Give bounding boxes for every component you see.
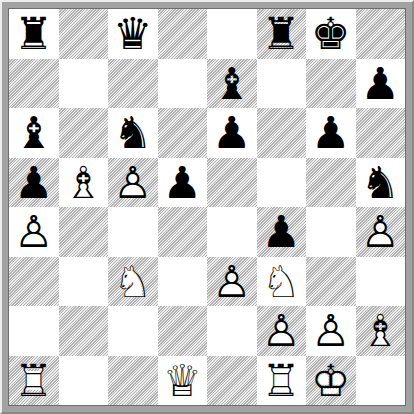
square-c4[interactable]: [108, 207, 158, 257]
black-rook-icon: ♜: [9, 9, 59, 59]
square-b3[interactable]: [59, 257, 109, 307]
square-f4[interactable]: ♟: [257, 207, 307, 257]
square-e1[interactable]: [207, 356, 257, 406]
square-g2[interactable]: ♟♙: [306, 306, 356, 356]
square-g4[interactable]: [306, 207, 356, 257]
black-pawn-icon: ♟: [356, 59, 406, 109]
black-pawn-icon: ♟: [306, 108, 356, 158]
square-d6[interactable]: [158, 108, 208, 158]
square-c3[interactable]: ♞♘: [108, 257, 158, 307]
square-a7[interactable]: [9, 59, 59, 109]
square-h2[interactable]: ♝♗: [356, 306, 406, 356]
square-b5[interactable]: ♝♗: [59, 158, 109, 208]
white-rook-icon: ♜♖: [9, 356, 59, 406]
white-king-icon: ♚♔: [306, 356, 356, 406]
square-a4[interactable]: ♟♙: [9, 207, 59, 257]
square-b2[interactable]: [59, 306, 109, 356]
square-a6[interactable]: ♝: [9, 108, 59, 158]
square-h1[interactable]: [356, 356, 406, 406]
black-knight-icon: ♞: [356, 158, 406, 208]
square-h5[interactable]: ♞: [356, 158, 406, 208]
black-king-icon: ♚: [306, 9, 356, 59]
square-a1[interactable]: ♜♖: [9, 356, 59, 406]
square-g7[interactable]: [306, 59, 356, 109]
square-e8[interactable]: [207, 9, 257, 59]
white-bishop-icon: ♝♗: [59, 158, 109, 208]
square-c8[interactable]: ♛: [108, 9, 158, 59]
square-a2[interactable]: [9, 306, 59, 356]
square-d2[interactable]: [158, 306, 208, 356]
square-b4[interactable]: [59, 207, 109, 257]
white-rook-icon: ♜♖: [257, 356, 307, 406]
square-e5[interactable]: [207, 158, 257, 208]
square-f1[interactable]: ♜♖: [257, 356, 307, 406]
black-rook-icon: ♜: [257, 9, 307, 59]
square-f8[interactable]: ♜: [257, 9, 307, 59]
black-pawn-icon: ♟: [257, 207, 307, 257]
square-e7[interactable]: ♝: [207, 59, 257, 109]
square-b6[interactable]: [59, 108, 109, 158]
square-d1[interactable]: ♛♕: [158, 356, 208, 406]
white-pawn-icon: ♟♙: [257, 306, 307, 356]
black-pawn-icon: ♟: [9, 158, 59, 208]
black-pawn-icon: ♟: [158, 158, 208, 208]
square-c5[interactable]: ♟♙: [108, 158, 158, 208]
square-b8[interactable]: [59, 9, 109, 59]
square-c6[interactable]: ♞: [108, 108, 158, 158]
white-knight-icon: ♞♘: [108, 257, 158, 307]
square-g8[interactable]: ♚: [306, 9, 356, 59]
square-c2[interactable]: [108, 306, 158, 356]
square-d5[interactable]: ♟: [158, 158, 208, 208]
white-pawn-icon: ♟♙: [9, 207, 59, 257]
square-h3[interactable]: [356, 257, 406, 307]
square-h8[interactable]: [356, 9, 406, 59]
square-c1[interactable]: [108, 356, 158, 406]
square-d8[interactable]: [158, 9, 208, 59]
white-pawn-icon: ♟♙: [108, 158, 158, 208]
square-b7[interactable]: [59, 59, 109, 109]
black-bishop-icon: ♝: [9, 108, 59, 158]
square-f7[interactable]: [257, 59, 307, 109]
square-h6[interactable]: [356, 108, 406, 158]
black-pawn-icon: ♟: [207, 108, 257, 158]
white-pawn-icon: ♟♙: [306, 306, 356, 356]
black-queen-icon: ♛: [108, 9, 158, 59]
square-f5[interactable]: [257, 158, 307, 208]
square-e6[interactable]: ♟: [207, 108, 257, 158]
square-c7[interactable]: [108, 59, 158, 109]
square-e2[interactable]: [207, 306, 257, 356]
square-d3[interactable]: [158, 257, 208, 307]
square-h7[interactable]: ♟: [356, 59, 406, 109]
square-e3[interactable]: ♟♙: [207, 257, 257, 307]
square-a3[interactable]: [9, 257, 59, 307]
black-knight-icon: ♞: [108, 108, 158, 158]
black-bishop-icon: ♝: [207, 59, 257, 109]
square-f2[interactable]: ♟♙: [257, 306, 307, 356]
chess-board: ♜♛♜♚♝♟♝♞♟♟♟♝♗♟♙♟♞♟♙♟♟♙♞♘♟♙♞♘♟♙♟♙♝♗♜♖♛♕♜♖…: [8, 8, 406, 406]
square-g5[interactable]: [306, 158, 356, 208]
square-g3[interactable]: [306, 257, 356, 307]
square-d4[interactable]: [158, 207, 208, 257]
square-a8[interactable]: ♜: [9, 9, 59, 59]
square-d7[interactable]: [158, 59, 208, 109]
square-g1[interactable]: ♚♔: [306, 356, 356, 406]
square-a5[interactable]: ♟: [9, 158, 59, 208]
board-frame: ♜♛♜♚♝♟♝♞♟♟♟♝♗♟♙♟♞♟♙♟♟♙♞♘♟♙♞♘♟♙♟♙♝♗♜♖♛♕♜♖…: [0, 0, 414, 414]
white-knight-icon: ♞♘: [257, 257, 307, 307]
square-g6[interactable]: ♟: [306, 108, 356, 158]
white-bishop-icon: ♝♗: [356, 306, 406, 356]
square-e4[interactable]: [207, 207, 257, 257]
white-queen-icon: ♛♕: [158, 356, 208, 406]
square-b1[interactable]: [59, 356, 109, 406]
square-f6[interactable]: [257, 108, 307, 158]
white-pawn-icon: ♟♙: [356, 207, 406, 257]
white-pawn-icon: ♟♙: [207, 257, 257, 307]
square-h4[interactable]: ♟♙: [356, 207, 406, 257]
square-f3[interactable]: ♞♘: [257, 257, 307, 307]
